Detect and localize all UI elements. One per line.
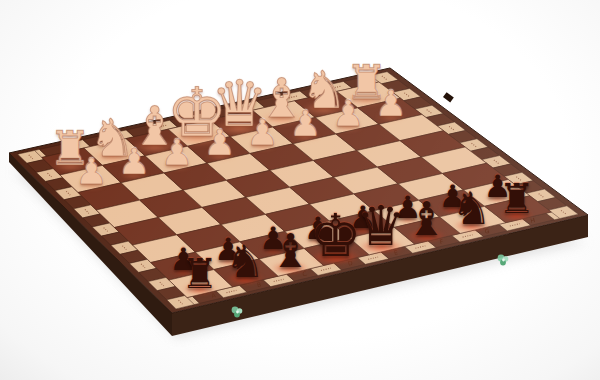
hinge — [443, 92, 454, 102]
chess-board: ABCDEFGH — [0, 0, 600, 380]
product-photo-scene: ABCDEFGH ♜♞♝♚♛♝♞♜♟♟♟♟♟♟♟♟♟♟♟♟♟♟♟♟♜♞♝♚♛♝♞… — [0, 0, 600, 380]
